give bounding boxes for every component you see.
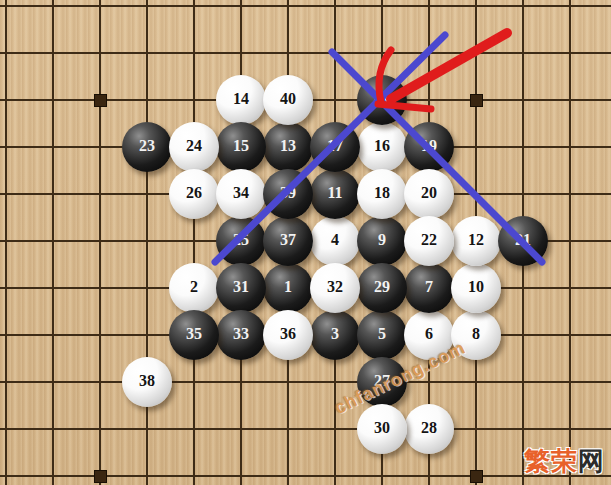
stone-10-white[interactable]: 10 (451, 263, 501, 313)
stone-21-black[interactable]: 21 (498, 216, 548, 266)
stone-number: 35 (186, 326, 202, 342)
star-point (470, 94, 483, 107)
gomoku-screenshot: 1234567891011121314151617181920212223242… (0, 0, 611, 485)
stone-number: 5 (378, 326, 386, 342)
stone-41-black[interactable]: 41 (357, 75, 407, 125)
stone-number: 38 (139, 373, 155, 389)
stone-number: 23 (139, 138, 155, 154)
stone-39-black[interactable]: 39 (263, 169, 313, 219)
stone-number: 4 (331, 232, 339, 248)
stone-17-black[interactable]: 17 (310, 122, 360, 172)
red-arrow-shaft (391, 33, 507, 99)
stone-number: 25 (233, 232, 249, 248)
stone-number: 16 (374, 138, 390, 154)
stone-number: 36 (280, 326, 296, 342)
stone-13-black[interactable]: 13 (263, 122, 313, 172)
stone-4-white[interactable]: 4 (310, 216, 360, 266)
stone-19-black[interactable]: 19 (404, 122, 454, 172)
stone-number: 28 (421, 420, 437, 436)
stone-number: 7 (425, 279, 433, 295)
stone-number: 24 (186, 138, 202, 154)
stone-32-white[interactable]: 32 (310, 263, 360, 313)
stone-number: 12 (468, 232, 484, 248)
star-point (94, 470, 107, 483)
stone-26-white[interactable]: 26 (169, 169, 219, 219)
stone-number: 18 (374, 185, 390, 201)
stone-2-white[interactable]: 2 (169, 263, 219, 313)
star-point (470, 470, 483, 483)
stone-number: 29 (374, 279, 390, 295)
grid-line-horizontal (0, 5, 611, 7)
grid-line-vertical (52, 0, 54, 485)
stone-number: 22 (421, 232, 437, 248)
stone-number: 1 (284, 279, 292, 295)
stone-40-white[interactable]: 40 (263, 75, 313, 125)
stone-7-black[interactable]: 7 (404, 263, 454, 313)
stone-number: 30 (374, 420, 390, 436)
stone-number: 20 (421, 185, 437, 201)
stone-number: 11 (327, 185, 342, 201)
star-point (94, 94, 107, 107)
stone-30-white[interactable]: 30 (357, 404, 407, 454)
grid-line-vertical (99, 0, 101, 485)
grid-line-vertical (146, 0, 148, 485)
stone-number: 41 (374, 91, 390, 107)
grid-line-vertical (569, 0, 571, 485)
stone-number: 34 (233, 185, 249, 201)
stone-34-white[interactable]: 34 (216, 169, 266, 219)
stone-number: 10 (468, 279, 484, 295)
stone-number: 2 (190, 279, 198, 295)
stone-18-white[interactable]: 18 (357, 169, 407, 219)
stone-14-white[interactable]: 14 (216, 75, 266, 125)
stone-number: 15 (233, 138, 249, 154)
stone-5-black[interactable]: 5 (357, 310, 407, 360)
stone-11-black[interactable]: 11 (310, 169, 360, 219)
stone-number: 31 (233, 279, 249, 295)
stone-24-white[interactable]: 24 (169, 122, 219, 172)
stone-29-black[interactable]: 29 (357, 263, 407, 313)
stone-37-black[interactable]: 37 (263, 216, 313, 266)
stone-22-white[interactable]: 22 (404, 216, 454, 266)
stone-16-white[interactable]: 16 (357, 122, 407, 172)
stone-35-black[interactable]: 35 (169, 310, 219, 360)
stone-number: 26 (186, 185, 202, 201)
stone-number: 9 (378, 232, 386, 248)
stone-number: 8 (472, 326, 480, 342)
stone-36-white[interactable]: 36 (263, 310, 313, 360)
stone-number: 40 (280, 91, 296, 107)
stone-38-white[interactable]: 38 (122, 357, 172, 407)
corner-watermark: 繁荣网 (524, 444, 605, 479)
stone-3-black[interactable]: 3 (310, 310, 360, 360)
stone-15-black[interactable]: 15 (216, 122, 266, 172)
stone-31-black[interactable]: 31 (216, 263, 266, 313)
stone-12-white[interactable]: 12 (451, 216, 501, 266)
stone-number: 37 (280, 232, 296, 248)
stone-33-black[interactable]: 33 (216, 310, 266, 360)
stone-1-black[interactable]: 1 (263, 263, 313, 313)
grid-line-horizontal (0, 475, 611, 477)
stone-number: 39 (280, 185, 296, 201)
grid-line-horizontal (0, 52, 611, 54)
stone-number: 17 (327, 138, 343, 154)
stone-number: 21 (515, 232, 531, 248)
stone-20-white[interactable]: 20 (404, 169, 454, 219)
stone-28-white[interactable]: 28 (404, 404, 454, 454)
stone-25-black[interactable]: 25 (216, 216, 266, 266)
stone-number: 3 (331, 326, 339, 342)
stone-number: 6 (425, 326, 433, 342)
corner-watermark-dark: 网 (578, 446, 605, 476)
stone-number: 13 (280, 138, 296, 154)
grid-line-vertical (5, 0, 7, 485)
stone-number: 32 (327, 279, 343, 295)
stone-number: 19 (421, 138, 437, 154)
grid-line-horizontal (0, 381, 611, 383)
grid-line-horizontal (0, 428, 611, 430)
stone-23-black[interactable]: 23 (122, 122, 172, 172)
grid-line-vertical (193, 0, 195, 485)
stone-number: 33 (233, 326, 249, 342)
stone-9-black[interactable]: 9 (357, 216, 407, 266)
stone-number: 14 (233, 91, 249, 107)
corner-watermark-accent: 繁荣 (524, 446, 578, 476)
